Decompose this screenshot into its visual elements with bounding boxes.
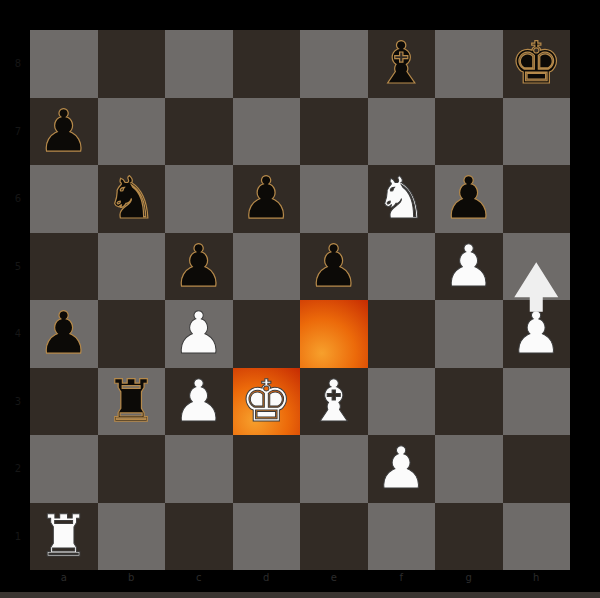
rank-label-3: 3 xyxy=(0,368,26,436)
square-e7[interactable] xyxy=(300,98,368,166)
square-b2[interactable] xyxy=(98,435,166,503)
square-f4[interactable] xyxy=(368,300,436,368)
square-a7[interactable]: ♟ xyxy=(30,98,98,166)
square-g4[interactable] xyxy=(435,300,503,368)
rank-label-1: 1 xyxy=(0,503,26,571)
square-g5[interactable]: ♟ xyxy=(435,233,503,301)
square-h8[interactable]: ♚ xyxy=(503,30,571,98)
square-c7[interactable] xyxy=(165,98,233,166)
rank-coordinates: 87654321 xyxy=(0,30,26,570)
square-b4[interactable] xyxy=(98,300,166,368)
square-a3[interactable] xyxy=(30,368,98,436)
file-label-h: h xyxy=(503,570,571,590)
black-pawn-a7[interactable]: ♟ xyxy=(30,98,98,166)
square-d8[interactable] xyxy=(233,30,301,98)
square-g1[interactable] xyxy=(435,503,503,571)
square-a1[interactable]: ♜ xyxy=(30,503,98,571)
square-c1[interactable] xyxy=(165,503,233,571)
white-pawn-c4[interactable]: ♟ xyxy=(165,300,233,368)
square-g2[interactable] xyxy=(435,435,503,503)
square-e5[interactable]: ♟ xyxy=(300,233,368,301)
square-d3[interactable]: ♚ xyxy=(233,368,301,436)
black-pawn-e5[interactable]: ♟ xyxy=(300,233,368,301)
square-f3[interactable] xyxy=(368,368,436,436)
file-label-d: d xyxy=(233,570,301,590)
black-pawn-g6[interactable]: ♟ xyxy=(435,165,503,233)
square-h5[interactable] xyxy=(503,233,571,301)
square-a2[interactable] xyxy=(30,435,98,503)
square-b5[interactable] xyxy=(98,233,166,301)
file-label-f: f xyxy=(368,570,436,590)
square-g7[interactable] xyxy=(435,98,503,166)
square-b3[interactable]: ♜ xyxy=(98,368,166,436)
square-e8[interactable] xyxy=(300,30,368,98)
white-pawn-f2[interactable]: ♟ xyxy=(368,435,436,503)
square-h2[interactable] xyxy=(503,435,571,503)
square-e1[interactable] xyxy=(300,503,368,571)
file-coordinates: abcdefgh xyxy=(30,570,570,590)
square-a6[interactable] xyxy=(30,165,98,233)
black-pawn-c5[interactable]: ♟ xyxy=(165,233,233,301)
square-b8[interactable] xyxy=(98,30,166,98)
square-b7[interactable] xyxy=(98,98,166,166)
square-e4[interactable] xyxy=(300,300,368,368)
square-d2[interactable] xyxy=(233,435,301,503)
square-f2[interactable]: ♟ xyxy=(368,435,436,503)
file-label-g: g xyxy=(435,570,503,590)
rank-label-4: 4 xyxy=(0,300,26,368)
white-pawn-h4[interactable]: ♟ xyxy=(503,300,571,368)
white-bishop-e3[interactable]: ♝ xyxy=(300,368,368,436)
square-f7[interactable] xyxy=(368,98,436,166)
square-c2[interactable] xyxy=(165,435,233,503)
square-h3[interactable] xyxy=(503,368,571,436)
square-d7[interactable] xyxy=(233,98,301,166)
black-pawn-a4[interactable]: ♟ xyxy=(30,300,98,368)
square-a5[interactable] xyxy=(30,233,98,301)
black-king-h8[interactable]: ♚ xyxy=(503,30,571,98)
square-h1[interactable] xyxy=(503,503,571,571)
square-g6[interactable]: ♟ xyxy=(435,165,503,233)
white-pawn-c3[interactable]: ♟ xyxy=(165,368,233,436)
square-c4[interactable]: ♟ xyxy=(165,300,233,368)
square-a8[interactable] xyxy=(30,30,98,98)
square-f8[interactable]: ♝ xyxy=(368,30,436,98)
square-c5[interactable]: ♟ xyxy=(165,233,233,301)
white-rook-a1[interactable]: ♜ xyxy=(30,503,98,571)
bottom-strip xyxy=(0,592,600,598)
file-label-a: a xyxy=(30,570,98,590)
white-knight-f6[interactable]: ♞ xyxy=(368,165,436,233)
black-pawn-d6[interactable]: ♟ xyxy=(233,165,301,233)
file-label-c: c xyxy=(165,570,233,590)
square-c3[interactable]: ♟ xyxy=(165,368,233,436)
square-c8[interactable] xyxy=(165,30,233,98)
square-e2[interactable] xyxy=(300,435,368,503)
square-d1[interactable] xyxy=(233,503,301,571)
white-pawn-g5[interactable]: ♟ xyxy=(435,233,503,301)
square-d5[interactable] xyxy=(233,233,301,301)
square-f5[interactable] xyxy=(368,233,436,301)
chess-app-canvas: ♝♚♟♞♟♞♟♟♟♟♟♟♟♜♟♚♝♟♜ abcdefgh 87654321 xyxy=(0,0,600,598)
square-e6[interactable] xyxy=(300,165,368,233)
rank-label-8: 8 xyxy=(0,30,26,98)
square-b6[interactable]: ♞ xyxy=(98,165,166,233)
rank-label-6: 6 xyxy=(0,165,26,233)
square-d4[interactable] xyxy=(233,300,301,368)
rank-label-2: 2 xyxy=(0,435,26,503)
square-g3[interactable] xyxy=(435,368,503,436)
square-g8[interactable] xyxy=(435,30,503,98)
rank-label-7: 7 xyxy=(0,98,26,166)
file-label-e: e xyxy=(300,570,368,590)
square-f6[interactable]: ♞ xyxy=(368,165,436,233)
square-h4[interactable]: ♟ xyxy=(503,300,571,368)
black-rook-b3[interactable]: ♜ xyxy=(98,368,166,436)
square-f1[interactable] xyxy=(368,503,436,571)
square-c6[interactable] xyxy=(165,165,233,233)
square-a4[interactable]: ♟ xyxy=(30,300,98,368)
square-e3[interactable]: ♝ xyxy=(300,368,368,436)
black-knight-b6[interactable]: ♞ xyxy=(98,165,166,233)
square-b1[interactable] xyxy=(98,503,166,571)
rank-label-5: 5 xyxy=(0,233,26,301)
file-label-b: b xyxy=(98,570,166,590)
square-h7[interactable] xyxy=(503,98,571,166)
black-bishop-f8[interactable]: ♝ xyxy=(368,30,436,98)
square-d6[interactable]: ♟ xyxy=(233,165,301,233)
white-king-d3[interactable]: ♚ xyxy=(233,368,301,436)
chess-board[interactable]: ♝♚♟♞♟♞♟♟♟♟♟♟♟♜♟♚♝♟♜ xyxy=(30,30,570,570)
square-h6[interactable] xyxy=(503,165,571,233)
